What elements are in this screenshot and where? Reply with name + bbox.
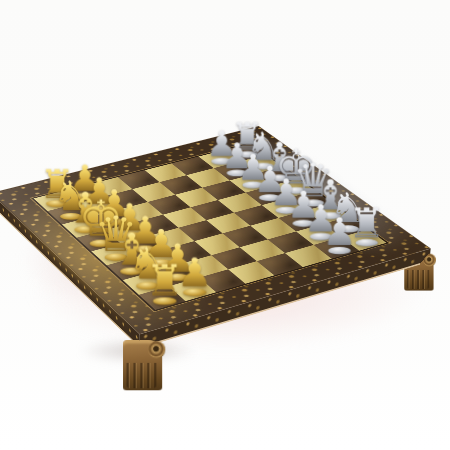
chess-set-photo: ♜♟♟♜♞♟♟♞♝♟♟♝♚♟♟♚♛♟♟♛♝♟♟♝♞♟♟♞♜♟♟♜: [0, 0, 450, 450]
ionic-column-foot-icon: [123, 340, 162, 391]
silver-pawn-glyph: ♟: [308, 213, 370, 251]
gold-rook-glyph: ♜: [132, 258, 197, 301]
square-b5[interactable]: [239, 239, 285, 261]
square-a5[interactable]: [257, 253, 303, 275]
board-3d-scene: ♜♟♟♜♞♟♟♞♝♟♟♝♚♟♟♚♛♟♟♛♝♟♟♝♞♟♟♞♜♟♟♜: [0, 126, 431, 334]
square-a4[interactable]: [228, 261, 274, 284]
square-c5[interactable]: [223, 226, 268, 247]
